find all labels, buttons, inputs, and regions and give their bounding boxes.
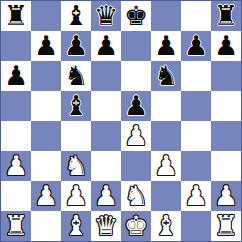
piece-black-pawn: ♟ [124, 92, 148, 119]
square-c7[interactable]: ♟ [61, 31, 91, 61]
square-e3[interactable] [121, 151, 151, 181]
square-c4[interactable] [61, 121, 91, 151]
square-g6[interactable] [181, 61, 211, 91]
piece-black-rook: ♜ [4, 2, 28, 29]
square-c6[interactable]: ♞ [61, 61, 91, 91]
piece-black-pawn: ♟ [64, 32, 88, 59]
square-d2[interactable]: ♟ [91, 181, 121, 211]
square-g7[interactable]: ♟ [181, 31, 211, 61]
square-a3[interactable]: ♟ [1, 151, 31, 181]
piece-white-pawn: ♟ [124, 122, 148, 149]
piece-white-bishop: ♝ [154, 212, 178, 239]
piece-white-pawn: ♟ [214, 182, 238, 209]
square-c3[interactable]: ♞ [61, 151, 91, 181]
square-f5[interactable] [151, 91, 181, 121]
square-d8[interactable]: ♛ [91, 1, 121, 31]
square-b3[interactable] [31, 151, 61, 181]
square-b6[interactable] [31, 61, 61, 91]
square-d5[interactable] [91, 91, 121, 121]
chess-board: ♜♝♛♚♜♟♟♟♟♟♟♟♞♞♝♟♟♟♞♟♟♟♟♞♟♟♜♝♛♚♝♜ [0, 0, 242, 242]
piece-white-king: ♚ [124, 212, 148, 239]
piece-black-rook: ♜ [214, 2, 238, 29]
square-e8[interactable]: ♚ [121, 1, 151, 31]
square-b7[interactable]: ♟ [31, 31, 61, 61]
piece-black-pawn: ♟ [184, 32, 208, 59]
piece-black-knight: ♞ [154, 62, 178, 89]
square-c8[interactable]: ♝ [61, 1, 91, 31]
square-a5[interactable] [1, 91, 31, 121]
square-h3[interactable] [211, 151, 241, 181]
piece-black-bishop: ♝ [64, 2, 88, 29]
square-e1[interactable]: ♚ [121, 211, 151, 241]
piece-black-pawn: ♟ [4, 62, 28, 89]
chess-board-container: ♜♝♛♚♜♟♟♟♟♟♟♟♞♞♝♟♟♟♞♟♟♟♟♞♟♟♜♝♛♚♝♜ [0, 0, 242, 242]
square-a2[interactable] [1, 181, 31, 211]
square-d6[interactable] [91, 61, 121, 91]
square-e4[interactable]: ♟ [121, 121, 151, 151]
piece-white-pawn: ♟ [4, 152, 28, 179]
square-d3[interactable] [91, 151, 121, 181]
square-g4[interactable] [181, 121, 211, 151]
piece-black-queen: ♛ [94, 2, 118, 29]
square-f4[interactable] [151, 121, 181, 151]
square-h6[interactable] [211, 61, 241, 91]
piece-white-pawn: ♟ [64, 182, 88, 209]
square-b8[interactable] [31, 1, 61, 31]
piece-white-bishop: ♝ [64, 212, 88, 239]
square-g2[interactable]: ♟ [181, 181, 211, 211]
piece-black-king: ♚ [124, 2, 148, 29]
square-f6[interactable]: ♞ [151, 61, 181, 91]
square-h8[interactable]: ♜ [211, 1, 241, 31]
square-h2[interactable]: ♟ [211, 181, 241, 211]
square-b5[interactable] [31, 91, 61, 121]
square-f7[interactable]: ♟ [151, 31, 181, 61]
square-c5[interactable]: ♝ [61, 91, 91, 121]
square-d4[interactable] [91, 121, 121, 151]
square-d1[interactable]: ♛ [91, 211, 121, 241]
square-f1[interactable]: ♝ [151, 211, 181, 241]
square-a4[interactable] [1, 121, 31, 151]
square-g1[interactable] [181, 211, 211, 241]
square-a8[interactable]: ♜ [1, 1, 31, 31]
square-f8[interactable] [151, 1, 181, 31]
square-e2[interactable]: ♞ [121, 181, 151, 211]
piece-black-pawn: ♟ [154, 32, 178, 59]
square-c2[interactable]: ♟ [61, 181, 91, 211]
square-g5[interactable] [181, 91, 211, 121]
square-b1[interactable] [31, 211, 61, 241]
square-g8[interactable] [181, 1, 211, 31]
square-h4[interactable] [211, 121, 241, 151]
square-e5[interactable]: ♟ [121, 91, 151, 121]
square-h7[interactable]: ♟ [211, 31, 241, 61]
square-f2[interactable] [151, 181, 181, 211]
piece-white-rook: ♜ [214, 212, 238, 239]
square-a6[interactable]: ♟ [1, 61, 31, 91]
piece-black-pawn: ♟ [94, 32, 118, 59]
piece-white-pawn: ♟ [184, 182, 208, 209]
piece-white-rook: ♜ [4, 212, 28, 239]
piece-white-pawn: ♟ [34, 182, 58, 209]
piece-white-knight: ♞ [124, 182, 148, 209]
square-f3[interactable]: ♟ [151, 151, 181, 181]
piece-white-knight: ♞ [64, 152, 88, 179]
piece-white-queen: ♛ [94, 212, 118, 239]
square-e6[interactable] [121, 61, 151, 91]
piece-black-knight: ♞ [64, 62, 88, 89]
piece-black-pawn: ♟ [214, 32, 238, 59]
square-c1[interactable]: ♝ [61, 211, 91, 241]
square-h1[interactable]: ♜ [211, 211, 241, 241]
square-g3[interactable] [181, 151, 211, 181]
square-b4[interactable] [31, 121, 61, 151]
piece-white-pawn: ♟ [154, 152, 178, 179]
square-e7[interactable] [121, 31, 151, 61]
square-a7[interactable] [1, 31, 31, 61]
square-a1[interactable]: ♜ [1, 211, 31, 241]
piece-black-bishop: ♝ [64, 92, 88, 119]
square-h5[interactable] [211, 91, 241, 121]
piece-black-pawn: ♟ [34, 32, 58, 59]
piece-white-pawn: ♟ [94, 182, 118, 209]
square-b2[interactable]: ♟ [31, 181, 61, 211]
square-d7[interactable]: ♟ [91, 31, 121, 61]
